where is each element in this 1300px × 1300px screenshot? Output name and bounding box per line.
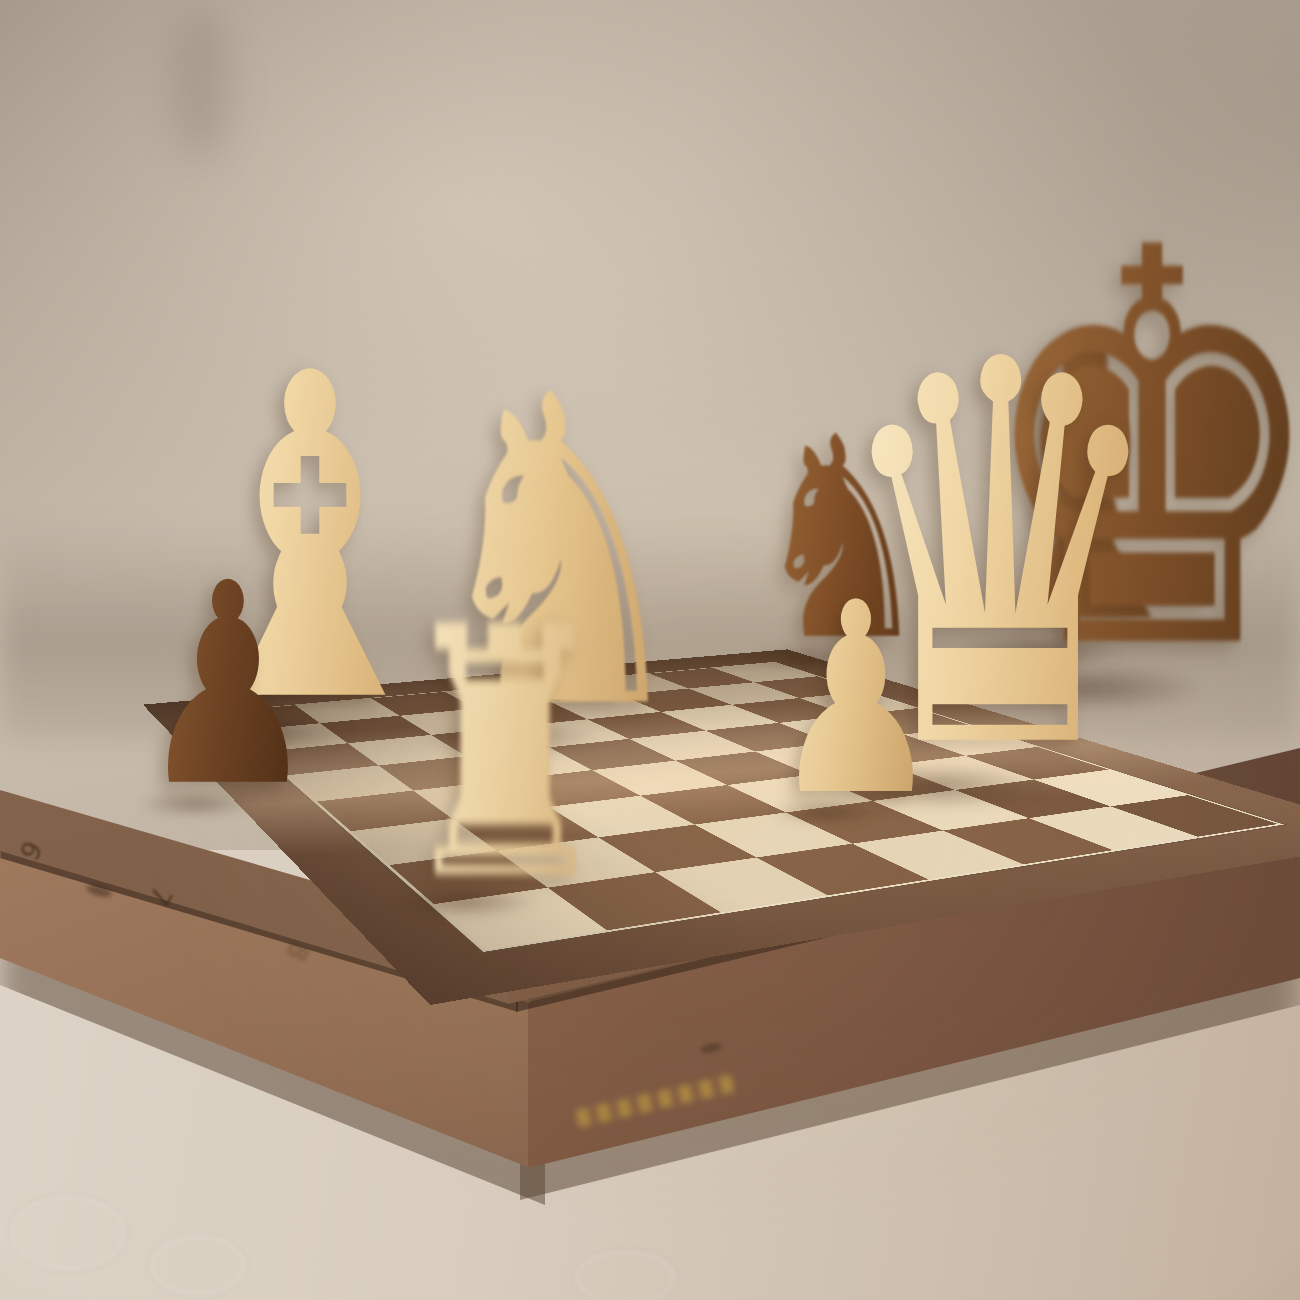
table-watermark-ring — [10, 1195, 126, 1271]
piece-white-pawn-c7[interactable]: ♟ — [771, 568, 941, 832]
table-watermark-ring — [150, 1235, 246, 1296]
table-watermark-ring — [575, 1250, 676, 1300]
chess-photo-scene: 876 ♝♞♚♝♞♛♟♟♜ — [0, 0, 1300, 1300]
piece-black-pawn-a5[interactable]: ♟ — [138, 547, 317, 825]
wall-smudge — [170, 10, 230, 160]
piece-white-rook-a8[interactable]: ♜ — [394, 582, 617, 927]
